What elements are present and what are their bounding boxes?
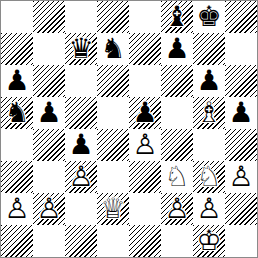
square-d4[interactable] xyxy=(97,129,129,161)
white-pawn-icon: ♙ xyxy=(129,129,161,161)
square-e5[interactable]: ♟♟ xyxy=(129,97,161,129)
square-h1[interactable] xyxy=(225,225,257,257)
square-h5[interactable]: ♟♟ xyxy=(225,97,257,129)
square-e7[interactable] xyxy=(129,33,161,65)
black-knight-icon: ♞ xyxy=(97,33,129,65)
square-f4[interactable] xyxy=(161,129,193,161)
square-g4[interactable] xyxy=(193,129,225,161)
square-c1[interactable] xyxy=(65,225,97,257)
square-g5[interactable]: ♝♗ xyxy=(193,97,225,129)
black-pawn-halo: ♟ xyxy=(65,129,97,161)
square-b7[interactable] xyxy=(33,33,65,65)
square-e6[interactable] xyxy=(129,65,161,97)
square-g1[interactable]: ♚♔ xyxy=(193,225,225,257)
black-king-halo: ♚ xyxy=(193,1,225,33)
square-g2[interactable]: ♟♙ xyxy=(193,193,225,225)
black-pawn-icon: ♟ xyxy=(33,97,65,129)
square-c4[interactable]: ♟♟ xyxy=(65,129,97,161)
square-b1[interactable] xyxy=(33,225,65,257)
white-knight-halo: ♞ xyxy=(161,161,193,193)
black-pawn-icon: ♟ xyxy=(129,97,161,129)
white-pawn-icon: ♙ xyxy=(193,193,225,225)
white-pawn-icon: ♙ xyxy=(33,193,65,225)
black-pawn-halo: ♟ xyxy=(225,97,257,129)
white-pawn-icon: ♙ xyxy=(225,161,257,193)
white-pawn-halo: ♟ xyxy=(161,193,193,225)
square-h4[interactable] xyxy=(225,129,257,161)
black-pawn-halo: ♟ xyxy=(1,65,33,97)
square-e8[interactable] xyxy=(129,1,161,33)
square-a1[interactable] xyxy=(1,225,33,257)
black-pawn-icon: ♟ xyxy=(193,65,225,97)
square-c7[interactable]: ♛♛ xyxy=(65,33,97,65)
square-d5[interactable] xyxy=(97,97,129,129)
white-pawn-halo: ♟ xyxy=(129,129,161,161)
chess-diagram: ♝♝♚♚♛♛♞♞♟♟♟♟♟♟♞♞♟♟♟♟♝♗♟♟♟♟♟♙♟♙♞♘♞♘♟♙♟♙♟♙… xyxy=(0,0,258,258)
white-pawn-halo: ♟ xyxy=(193,193,225,225)
black-queen-icon: ♛ xyxy=(65,33,97,65)
black-knight-icon: ♞ xyxy=(1,97,33,129)
square-a2[interactable]: ♟♙ xyxy=(1,193,33,225)
square-e1[interactable] xyxy=(129,225,161,257)
square-f7[interactable]: ♟♟ xyxy=(161,33,193,65)
square-f2[interactable]: ♟♙ xyxy=(161,193,193,225)
black-pawn-halo: ♟ xyxy=(33,97,65,129)
black-bishop-icon: ♝ xyxy=(161,1,193,33)
square-b3[interactable] xyxy=(33,161,65,193)
black-pawn-halo: ♟ xyxy=(193,65,225,97)
black-queen-halo: ♛ xyxy=(65,33,97,65)
chess-board: ♝♝♚♚♛♛♞♞♟♟♟♟♟♟♞♞♟♟♟♟♝♗♟♟♟♟♟♙♟♙♞♘♞♘♟♙♟♙♟♙… xyxy=(0,0,258,258)
square-g7[interactable] xyxy=(193,33,225,65)
white-bishop-icon: ♗ xyxy=(193,97,225,129)
square-b5[interactable]: ♟♟ xyxy=(33,97,65,129)
square-h8[interactable] xyxy=(225,1,257,33)
square-a8[interactable] xyxy=(1,1,33,33)
black-bishop-halo: ♝ xyxy=(161,1,193,33)
square-d6[interactable] xyxy=(97,65,129,97)
black-pawn-icon: ♟ xyxy=(65,129,97,161)
square-f1[interactable] xyxy=(161,225,193,257)
black-pawn-halo: ♟ xyxy=(161,33,193,65)
white-pawn-halo: ♟ xyxy=(65,161,97,193)
white-king-icon: ♔ xyxy=(193,225,225,257)
square-b6[interactable] xyxy=(33,65,65,97)
square-c6[interactable] xyxy=(65,65,97,97)
square-d8[interactable] xyxy=(97,1,129,33)
square-h3[interactable]: ♟♙ xyxy=(225,161,257,193)
square-c3[interactable]: ♟♙ xyxy=(65,161,97,193)
square-a3[interactable] xyxy=(1,161,33,193)
square-d3[interactable] xyxy=(97,161,129,193)
square-g8[interactable]: ♚♚ xyxy=(193,1,225,33)
square-a6[interactable]: ♟♟ xyxy=(1,65,33,97)
black-pawn-halo: ♟ xyxy=(129,97,161,129)
square-b4[interactable] xyxy=(33,129,65,161)
square-h7[interactable] xyxy=(225,33,257,65)
white-king-halo: ♚ xyxy=(193,225,225,257)
square-c8[interactable] xyxy=(65,1,97,33)
square-d7[interactable]: ♞♞ xyxy=(97,33,129,65)
white-pawn-halo: ♟ xyxy=(1,193,33,225)
square-a4[interactable] xyxy=(1,129,33,161)
square-f8[interactable]: ♝♝ xyxy=(161,1,193,33)
black-pawn-icon: ♟ xyxy=(1,65,33,97)
white-pawn-icon: ♙ xyxy=(65,161,97,193)
black-knight-halo: ♞ xyxy=(1,97,33,129)
white-knight-icon: ♘ xyxy=(161,161,193,193)
white-knight-icon: ♘ xyxy=(193,161,225,193)
black-pawn-icon: ♟ xyxy=(225,97,257,129)
black-king-icon: ♚ xyxy=(193,1,225,33)
square-f6[interactable] xyxy=(161,65,193,97)
square-c2[interactable] xyxy=(65,193,97,225)
square-d2[interactable]: ♛♕ xyxy=(97,193,129,225)
square-a7[interactable] xyxy=(1,33,33,65)
white-pawn-halo: ♟ xyxy=(33,193,65,225)
square-e2[interactable] xyxy=(129,193,161,225)
white-pawn-icon: ♙ xyxy=(161,193,193,225)
square-g3[interactable]: ♞♘ xyxy=(193,161,225,193)
square-c5[interactable] xyxy=(65,97,97,129)
black-pawn-icon: ♟ xyxy=(161,33,193,65)
square-f3[interactable]: ♞♘ xyxy=(161,161,193,193)
white-queen-halo: ♛ xyxy=(97,193,129,225)
square-f5[interactable] xyxy=(161,97,193,129)
square-a5[interactable]: ♞♞ xyxy=(1,97,33,129)
white-bishop-halo: ♝ xyxy=(193,97,225,129)
white-queen-icon: ♕ xyxy=(97,193,129,225)
square-e4[interactable]: ♟♙ xyxy=(129,129,161,161)
white-pawn-icon: ♙ xyxy=(1,193,33,225)
square-h2[interactable] xyxy=(225,193,257,225)
square-b2[interactable]: ♟♙ xyxy=(33,193,65,225)
square-g6[interactable]: ♟♟ xyxy=(193,65,225,97)
square-d1[interactable] xyxy=(97,225,129,257)
square-e3[interactable] xyxy=(129,161,161,193)
white-knight-halo: ♞ xyxy=(193,161,225,193)
square-b8[interactable] xyxy=(33,1,65,33)
white-pawn-halo: ♟ xyxy=(225,161,257,193)
square-h6[interactable] xyxy=(225,65,257,97)
black-knight-halo: ♞ xyxy=(97,33,129,65)
